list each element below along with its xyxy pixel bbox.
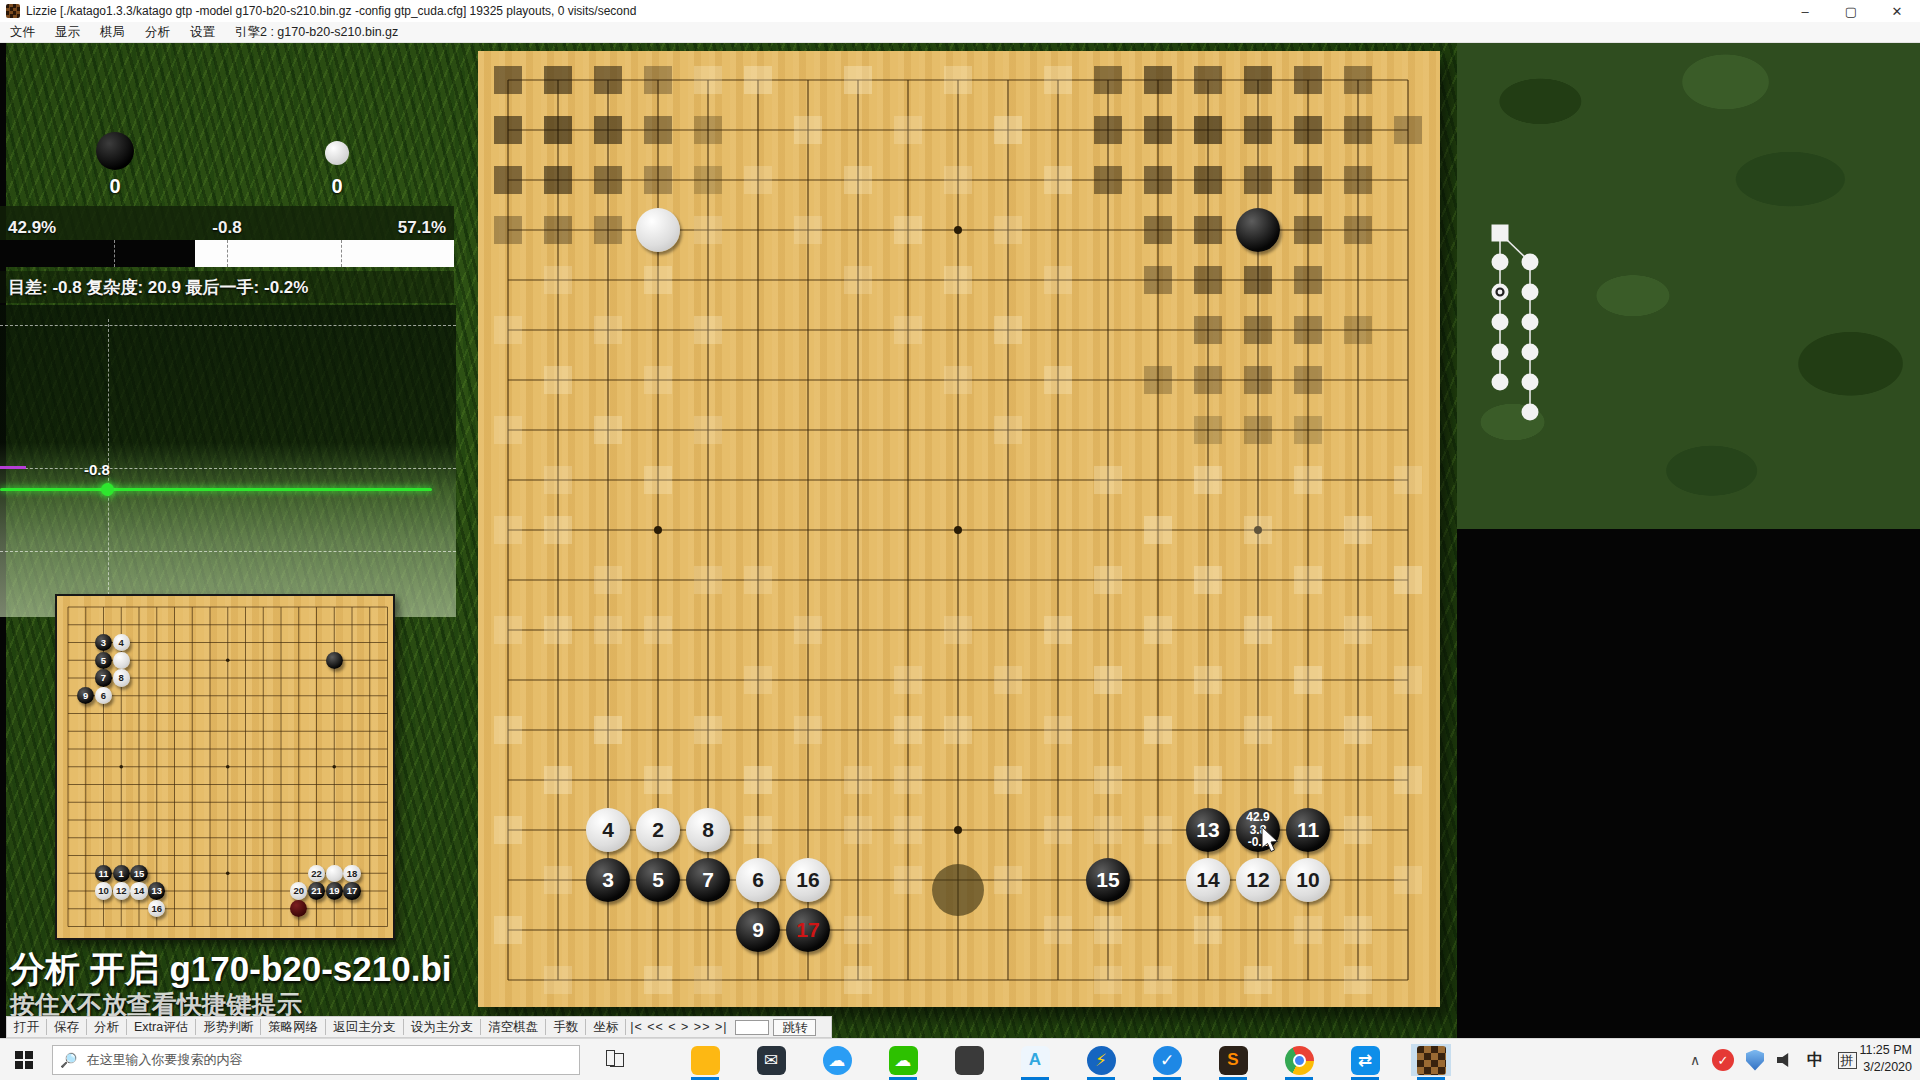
v-app-icon: ✓ — [1153, 1046, 1182, 1075]
winrate-bar-black — [0, 240, 195, 267]
ownership-white — [1044, 166, 1072, 194]
ownership-black — [1294, 116, 1322, 144]
menu-bar: 文件显示棋局分析设置引擎2 : g170-b20-s210.bin.gz — [0, 22, 1920, 43]
ownership-white — [844, 766, 872, 794]
ownership-black — [544, 216, 572, 244]
wechat-icon: ☁ — [889, 1046, 918, 1075]
ownership-white — [494, 416, 522, 444]
tree-current-node[interactable] — [1492, 284, 1509, 301]
ownership-white — [694, 316, 722, 344]
ownership-white — [744, 816, 772, 844]
ownership-white — [1244, 616, 1272, 644]
ownership-white — [844, 816, 872, 844]
ownership-white — [894, 866, 922, 894]
ownership-white — [1294, 766, 1322, 794]
ownership-black — [1144, 366, 1172, 394]
ownership-black — [1194, 316, 1222, 344]
black-stone-5[interactable]: 5 — [636, 858, 680, 902]
ownership-white — [594, 416, 622, 444]
cloud-drive-icon: ☁ — [823, 1046, 852, 1075]
ime-mode-indicator[interactable]: 拼 — [1832, 1047, 1862, 1073]
main-branch-sub-board[interactable]: 3457896111151012141316221820211917 — [55, 594, 395, 940]
ownership-white — [994, 666, 1022, 694]
ownership-white — [1194, 916, 1222, 944]
ownership-white — [944, 266, 972, 294]
ownership-black — [1194, 266, 1222, 294]
ownership-white — [744, 166, 772, 194]
tree-move-node[interactable] — [1492, 344, 1509, 361]
ownership-black — [544, 66, 572, 94]
black-stone-17[interactable]: 17 — [343, 882, 360, 899]
tree-move-node[interactable] — [1492, 374, 1509, 391]
white-stone-16[interactable]: 16 — [786, 858, 830, 902]
ownership-white — [1394, 766, 1422, 794]
app-content: 0 0 42.9% -0.8 57.1% 目差: -0.8 复杂度: 20.9 … — [0, 43, 1920, 1038]
ownership-black — [1144, 66, 1172, 94]
ownership-white — [894, 716, 922, 744]
ownership-white — [844, 266, 872, 294]
graph-score-label: -0.8 — [84, 461, 110, 478]
a-app-icon: A — [1021, 1046, 1050, 1075]
score-info-row: 目差: -0.8 复杂度: 20.9 最后一手: -0.2% — [0, 271, 454, 303]
ownership-white — [744, 566, 772, 594]
ownership-white — [894, 816, 922, 844]
ownership-black — [1294, 216, 1322, 244]
white-stone[interactable] — [113, 652, 130, 669]
toolbar-button-4[interactable]: 形势判断 — [196, 1019, 261, 1035]
ownership-black — [1244, 366, 1272, 394]
white-stone-4[interactable]: 4 — [586, 808, 630, 852]
black-stone-13[interactable]: 13 — [1186, 808, 1230, 852]
taskbar-icon-chrome[interactable] — [1279, 1044, 1319, 1076]
tray-chevron-icon[interactable]: ∧ — [1680, 1047, 1710, 1073]
clock-time: 11:25 PM — [1859, 1042, 1912, 1059]
ownership-white — [1394, 466, 1422, 494]
move-tree — [1457, 43, 1657, 463]
jump-move-input[interactable] — [735, 1020, 769, 1035]
toolbar-button-1[interactable]: 保存 — [47, 1019, 87, 1035]
black-stone-13[interactable]: 13 — [148, 882, 165, 899]
toolbar-button-6[interactable]: 返回主分支 — [326, 1019, 404, 1035]
taskbar-icon-wechat[interactable]: ☁ — [883, 1044, 923, 1076]
score-graph[interactable]: -0.8 2 — [0, 305, 456, 617]
toolbar-button-5[interactable]: 策略网络 — [261, 1019, 326, 1035]
ownership-white — [1294, 666, 1322, 694]
black-stone-19[interactable]: 19 — [326, 882, 343, 899]
taskbar-icon-a-app[interactable]: A — [1015, 1044, 1055, 1076]
chrome-center — [1293, 1054, 1306, 1067]
white-stone-4[interactable]: 4 — [113, 634, 130, 651]
ownership-white — [544, 966, 572, 994]
teamviewer-icon: ⇄ — [1351, 1046, 1380, 1075]
ownership-white — [494, 816, 522, 844]
taskbar-icon-teamviewer[interactable]: ⇄ — [1345, 1044, 1385, 1076]
ownership-white — [1044, 616, 1072, 644]
ownership-white — [794, 216, 822, 244]
ownership-white — [994, 766, 1022, 794]
ownership-black — [1194, 366, 1222, 394]
search-placeholder: 在这里输入你要搜索的内容 — [86, 1051, 242, 1069]
ownership-white — [1094, 666, 1122, 694]
ownership-black — [1094, 166, 1122, 194]
white-stone-10[interactable]: 10 — [1286, 858, 1330, 902]
tree-move-node[interactable] — [1522, 284, 1539, 301]
ownership-white — [894, 766, 922, 794]
volume-icon[interactable] — [1770, 1047, 1800, 1073]
maximize-button[interactable]: ▢ — [1828, 0, 1874, 22]
toolbar-button-9[interactable]: 手数 — [546, 1019, 586, 1035]
ownership-white — [544, 766, 572, 794]
empty-black-panel — [1457, 529, 1920, 1038]
black-stone-15[interactable]: 15 — [1086, 858, 1130, 902]
ownership-white — [1294, 916, 1322, 944]
black-stone-21[interactable]: 21 — [308, 882, 325, 899]
ownership-black — [1294, 66, 1322, 94]
ownership-white — [1044, 66, 1072, 94]
ownership-black — [1144, 266, 1172, 294]
ownership-white — [644, 766, 672, 794]
graph-purple-segment — [0, 466, 26, 469]
ownership-white — [594, 716, 622, 744]
ownership-black — [1144, 216, 1172, 244]
ownership-white — [744, 666, 772, 694]
ownership-white — [1344, 816, 1372, 844]
ownership-black — [694, 166, 722, 194]
winrate-tick-50 — [227, 240, 228, 267]
taskbar-icon-file-explorer[interactable] — [685, 1044, 725, 1076]
tree-root-node[interactable] — [1492, 225, 1509, 242]
score-info-text: 目差: -0.8 复杂度: 20.9 最后一手: -0.2% — [8, 276, 308, 299]
ownership-white — [1394, 866, 1422, 894]
jump-button[interactable]: 跳转 — [773, 1019, 816, 1036]
ownership-white — [1394, 566, 1422, 594]
ownership-white — [794, 116, 822, 144]
ownership-white — [1244, 516, 1272, 544]
ownership-black — [694, 116, 722, 144]
ownership-white — [1144, 816, 1172, 844]
start-button[interactable] — [0, 1039, 48, 1080]
ownership-white — [694, 966, 722, 994]
white-stone-10[interactable]: 10 — [95, 882, 112, 899]
ownership-white — [644, 966, 672, 994]
move-tree-panel[interactable] — [1457, 43, 1920, 529]
ownership-white — [1144, 516, 1172, 544]
ownership-white — [794, 716, 822, 744]
ownership-black — [1244, 316, 1272, 344]
black-stone-7[interactable]: 7 — [95, 669, 112, 686]
graph-gridline-low — [0, 551, 456, 552]
black-stone-11[interactable]: 11 — [1286, 808, 1330, 852]
ownership-white — [994, 416, 1022, 444]
ownership-white — [1044, 366, 1072, 394]
white-stone[interactable] — [326, 865, 343, 882]
black-stone-3[interactable]: 3 — [586, 858, 630, 902]
black-stone-7[interactable]: 7 — [686, 858, 730, 902]
windows-logo-icon — [15, 1051, 33, 1069]
ownership-white — [994, 216, 1022, 244]
file-explorer-icon — [691, 1046, 720, 1075]
graph-score-line — [0, 488, 432, 491]
ownership-black — [494, 166, 522, 194]
ownership-black — [494, 116, 522, 144]
ownership-black — [1244, 416, 1272, 444]
ownership-white — [594, 316, 622, 344]
toolbar-button-8[interactable]: 清空棋盘 — [481, 1019, 546, 1035]
toolbar-nav-buttons[interactable]: |< << < > >> >| — [626, 1020, 731, 1034]
ownership-white — [644, 466, 672, 494]
menu-item-3[interactable]: 分析 — [135, 24, 180, 41]
ownership-white — [494, 716, 522, 744]
ownership-white — [544, 266, 572, 294]
black-capture-count: 0 — [95, 175, 135, 198]
black-stone-5[interactable]: 5 — [95, 652, 112, 669]
ownership-black — [544, 166, 572, 194]
ownership-white — [794, 616, 822, 644]
ownership-white — [944, 616, 972, 644]
ownership-white — [544, 516, 572, 544]
ownership-white — [644, 266, 672, 294]
graph-gridline-zero — [0, 468, 456, 469]
ownership-black — [644, 116, 672, 144]
main-go-board[interactable]: 42835761691715131114121042.93.8-0.8 — [478, 51, 1440, 1007]
close-button[interactable]: ✕ — [1874, 0, 1920, 22]
white-capture-count: 0 — [317, 175, 357, 198]
search-icon: 🔍 — [61, 1052, 78, 1068]
ownership-white — [544, 866, 572, 894]
ownership-white — [1344, 716, 1372, 744]
taskbar-icon-gray-app[interactable] — [949, 1044, 989, 1076]
menu-item-1[interactable]: 显示 — [45, 24, 90, 41]
ownership-black — [1294, 316, 1322, 344]
ownership-white — [1044, 716, 1072, 744]
ime-language-indicator[interactable]: 中 — [1800, 1047, 1830, 1073]
white-stone-14[interactable]: 14 — [1186, 858, 1230, 902]
menu-item-0[interactable]: 文件 — [0, 24, 45, 41]
toolbar-button-10[interactable]: 坐标 — [586, 1019, 626, 1035]
ownership-white — [1144, 616, 1172, 644]
ownership-white — [1244, 966, 1272, 994]
ownership-white — [1294, 466, 1322, 494]
ownership-white — [1344, 916, 1372, 944]
ownership-white — [594, 616, 622, 644]
ownership-black — [1144, 166, 1172, 194]
bottom-toolbar: 打开保存分析Extra评估形势判断策略网络返回主分支设为主分支清空棋盘手数坐标|… — [6, 1016, 832, 1038]
ownership-black — [1244, 116, 1272, 144]
white-stone-8[interactable]: 8 — [113, 669, 130, 686]
ownership-black — [1394, 116, 1422, 144]
ownership-black — [1344, 216, 1372, 244]
ownership-white — [694, 216, 722, 244]
ownership-black — [1194, 166, 1222, 194]
antivirus-icon[interactable]: ✓ — [1708, 1047, 1738, 1073]
tree-move-node[interactable] — [1522, 404, 1539, 421]
mouse-cursor — [1260, 826, 1282, 856]
task-view-button[interactable] — [606, 1049, 628, 1071]
ownership-white — [694, 416, 722, 444]
black-stone-17[interactable]: 17 — [786, 908, 830, 952]
tree-move-node[interactable] — [1522, 254, 1539, 271]
winrate-tick-25 — [114, 240, 115, 267]
ownership-black — [594, 216, 622, 244]
ownership-white — [1194, 466, 1222, 494]
ownership-white — [1344, 616, 1372, 644]
winrate-strip: 42.9% -0.8 57.1% — [0, 206, 454, 240]
ownership-white — [694, 66, 722, 94]
taskbar-clock[interactable]: 11:25 PM 3/2/2020 — [1859, 1042, 1912, 1076]
window-title: Lizzie [./katago1.3.3/katago gtp -model … — [26, 4, 636, 18]
ownership-black — [1344, 316, 1372, 344]
ownership-white — [1094, 466, 1122, 494]
ownership-white — [1144, 716, 1172, 744]
ownership-white — [494, 516, 522, 544]
chrome-icon — [1285, 1046, 1314, 1075]
menu-item-5[interactable]: 引擎2 : g170-b20-s210.bin.gz — [225, 24, 408, 41]
ownership-white — [694, 716, 722, 744]
ownership-black — [644, 66, 672, 94]
ownership-black — [1094, 66, 1122, 94]
tree-move-node[interactable] — [1492, 314, 1509, 331]
ownership-white — [1294, 566, 1322, 594]
graph-gridline-top — [0, 325, 456, 326]
taskbar-icon-cloud-drive[interactable]: ☁ — [817, 1044, 857, 1076]
windows-taskbar: 🔍 在这里输入你要搜索的内容 ✉☁☁A⚡✓S⇄ ∧✓中拼 11:25 PM 3/… — [0, 1038, 1920, 1080]
ownership-white — [1094, 916, 1122, 944]
black-stone[interactable] — [326, 652, 343, 669]
white-stone-18[interactable]: 18 — [343, 865, 360, 882]
next-move-ghost-stone[interactable] — [932, 864, 984, 916]
black-stone-3[interactable]: 3 — [95, 634, 112, 651]
ownership-black — [1194, 416, 1222, 444]
ownership-white — [844, 966, 872, 994]
ownership-white — [894, 316, 922, 344]
ownership-white — [1344, 966, 1372, 994]
minimize-button[interactable]: – — [1782, 0, 1828, 22]
shield-icon[interactable] — [1740, 1047, 1770, 1073]
app-icon — [6, 4, 20, 18]
tree-move-node[interactable] — [1522, 344, 1539, 361]
tree-move-node[interactable] — [1492, 254, 1509, 271]
toolbar-button-3[interactable]: Extra评估 — [127, 1019, 196, 1035]
ownership-black — [494, 216, 522, 244]
ownership-black — [1294, 166, 1322, 194]
ownership-black — [1294, 366, 1322, 394]
ownership-white — [644, 366, 672, 394]
ownership-black — [1144, 116, 1172, 144]
ownership-white — [744, 66, 772, 94]
ownership-black — [1094, 116, 1122, 144]
ownership-white — [944, 166, 972, 194]
ownership-white — [494, 316, 522, 344]
black-stone-11[interactable]: 11 — [95, 865, 112, 882]
black-capture-stone — [96, 132, 134, 170]
taskbar-icon-sogou-s[interactable]: S — [1213, 1044, 1253, 1076]
ownership-black — [1194, 216, 1222, 244]
menu-item-2[interactable]: 棋局 — [90, 24, 135, 41]
analysis-banner: 分析 开启 g170-b20-s210.bi — [10, 946, 452, 993]
ownership-black — [594, 116, 622, 144]
ownership-white — [544, 616, 572, 644]
toolbar-button-7[interactable]: 设为主分支 — [404, 1019, 482, 1035]
white-stone-20[interactable]: 20 — [290, 882, 307, 899]
black-stone-9[interactable]: 9 — [736, 908, 780, 952]
clock-date: 3/2/2020 — [1859, 1059, 1912, 1076]
ownership-white — [844, 916, 872, 944]
title-bar: Lizzie [./katago1.3.3/katago gtp -model … — [0, 0, 1920, 22]
ownership-white — [494, 916, 522, 944]
ownership-white — [844, 166, 872, 194]
white-stone-2[interactable]: 2 — [636, 808, 680, 852]
ownership-white — [1144, 966, 1172, 994]
white-capture-stone — [325, 141, 349, 165]
ownership-black — [1244, 266, 1272, 294]
black-stone-15[interactable]: 15 — [130, 865, 147, 882]
white-stone-22[interactable]: 22 — [308, 865, 325, 882]
black-stone[interactable] — [1236, 208, 1280, 252]
score-lead: -0.8 — [212, 218, 241, 238]
white-stone-8[interactable]: 8 — [686, 808, 730, 852]
ownership-white — [644, 616, 672, 644]
toolbar-button-2[interactable]: 分析 — [87, 1019, 127, 1035]
menu-item-4[interactable]: 设置 — [180, 24, 225, 41]
white-stone-12[interactable]: 12 — [1236, 858, 1280, 902]
ownership-white — [1194, 766, 1222, 794]
toolbar-button-0[interactable]: 打开 — [7, 1019, 47, 1035]
taskbar-icon-lizzie-app[interactable] — [1411, 1044, 1451, 1076]
ownership-white — [894, 216, 922, 244]
tree-move-node[interactable] — [1522, 374, 1539, 391]
ownership-white — [1094, 966, 1122, 994]
ownership-black — [1344, 116, 1372, 144]
ownership-white — [1044, 916, 1072, 944]
tree-move-node[interactable] — [1522, 314, 1539, 331]
ownership-white — [994, 316, 1022, 344]
sogou-s-icon: S — [1219, 1046, 1248, 1075]
ownership-white — [494, 616, 522, 644]
black-winrate: 42.9% — [8, 218, 56, 238]
white-stone[interactable] — [636, 208, 680, 252]
ownership-white — [944, 66, 972, 94]
lightning-app-icon: ⚡ — [1087, 1046, 1116, 1075]
ownership-white — [594, 566, 622, 594]
white-stone-12[interactable]: 12 — [113, 882, 130, 899]
ownership-black — [1344, 66, 1372, 94]
graph-current-point — [101, 483, 114, 496]
ownership-black — [1244, 166, 1272, 194]
ownership-white — [1244, 716, 1272, 744]
taskbar-icon-mail[interactable]: ✉ — [751, 1044, 791, 1076]
white-stone-14[interactable]: 14 — [130, 882, 147, 899]
ownership-white — [1194, 666, 1222, 694]
black-stone-1[interactable]: 1 — [113, 865, 130, 882]
ownership-white — [1044, 266, 1072, 294]
ownership-white — [844, 66, 872, 94]
ownership-white — [694, 566, 722, 594]
taskbar-search[interactable]: 🔍 在这里输入你要搜索的内容 — [52, 1045, 580, 1075]
taskbar-icon-v-app[interactable]: ✓ — [1147, 1044, 1187, 1076]
taskbar-icon-lightning-app[interactable]: ⚡ — [1081, 1044, 1121, 1076]
winrate-bar — [0, 240, 454, 267]
window-controls: – ▢ ✕ — [1782, 0, 1920, 22]
ownership-white — [1094, 566, 1122, 594]
lizzie-app-icon — [1417, 1046, 1446, 1075]
ownership-black — [594, 66, 622, 94]
ownership-white — [894, 666, 922, 694]
white-stone-6[interactable]: 6 — [736, 858, 780, 902]
ownership-black — [1194, 116, 1222, 144]
ownership-white — [894, 116, 922, 144]
ownership-black — [1294, 416, 1322, 444]
ownership-black — [544, 116, 572, 144]
